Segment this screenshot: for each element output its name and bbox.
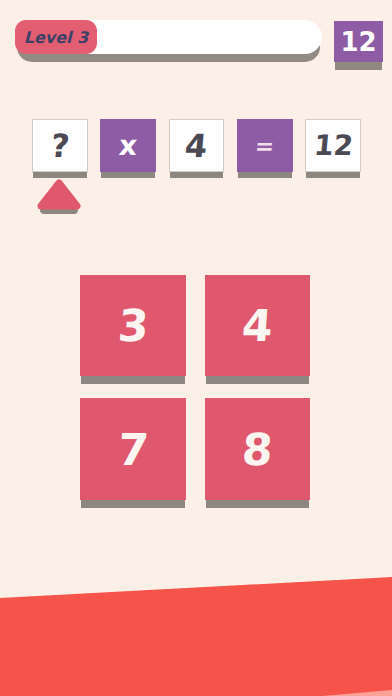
equation-result-tile: 12 — [305, 119, 361, 172]
operand-glyph: 4 — [184, 127, 210, 165]
equation-unknown-tile: ? — [32, 119, 88, 172]
answer-choice-8[interactable]: 8 — [205, 398, 310, 500]
common-core-banner: COMMON CORE STATE STANDARDS — [0, 560, 392, 696]
answer-choice-3[interactable]: 3 — [80, 275, 186, 376]
equation-multiply-tile: x — [100, 119, 156, 172]
score-value: 12 — [340, 27, 376, 57]
banner-corner-sliver — [322, 690, 392, 696]
multiply-operator-glyph: x — [118, 129, 139, 162]
result-glyph: 12 — [312, 129, 354, 162]
answer-choice-label: 7 — [116, 424, 150, 475]
level-label: Level 3 — [24, 28, 89, 47]
equation-unknown-glyph: ? — [49, 127, 71, 165]
answer-choice-label: 8 — [240, 424, 274, 475]
answer-choice-label: 3 — [116, 300, 150, 351]
score-tile: 12 — [334, 21, 383, 62]
triangle-up-icon — [36, 177, 82, 211]
answer-choice-label: 4 — [240, 300, 274, 351]
equation-equals-tile: = — [237, 119, 293, 172]
answer-choice-7[interactable]: 7 — [80, 398, 186, 500]
game-screen: Level 3 12 ? x 4 = 12 3 4 7 8 COMMON COR… — [0, 0, 392, 696]
selection-pointer — [36, 177, 82, 215]
equation-operand-tile: 4 — [169, 119, 224, 172]
equals-operator-glyph: = — [254, 133, 276, 159]
answer-choice-4[interactable]: 4 — [205, 275, 310, 376]
level-badge: Level 3 — [15, 20, 97, 54]
